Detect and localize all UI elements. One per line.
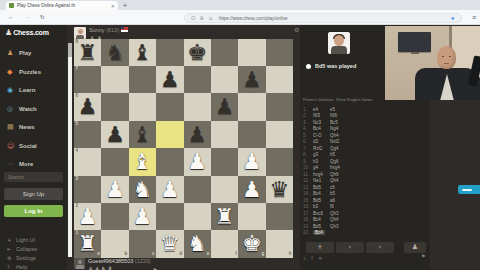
logo-pawn-icon: ♟ bbox=[5, 28, 12, 37]
square-a5[interactable]: 5 bbox=[74, 121, 101, 148]
white-move[interactable]: g4 bbox=[313, 165, 330, 170]
square-f7[interactable] bbox=[211, 66, 238, 93]
black-move[interactable]: Nxf2 bbox=[330, 139, 347, 144]
rank-label-8: 8 bbox=[76, 40, 79, 45]
black-move[interactable]: a6 bbox=[330, 198, 347, 203]
sidebar-item-social[interactable]: ☺Social bbox=[0, 137, 67, 156]
search-input[interactable]: Search bbox=[4, 172, 63, 182]
streamer-head bbox=[437, 46, 456, 69]
square-e6[interactable] bbox=[184, 93, 211, 120]
rank-label-6: 6 bbox=[76, 94, 79, 99]
piece-white-p[interactable]: ♟ bbox=[238, 148, 265, 175]
page-info-icon[interactable]: ⓘ bbox=[191, 14, 196, 23]
signup-button[interactable]: Sign Up bbox=[4, 188, 63, 200]
move-number: 12. bbox=[303, 178, 313, 183]
black-move[interactable]: Qh6 bbox=[330, 172, 347, 177]
square-e3[interactable] bbox=[184, 176, 211, 203]
webcam-overlay bbox=[385, 26, 480, 100]
piece-white-p[interactable]: ♟ bbox=[184, 148, 211, 175]
bottom-player-avatar[interactable] bbox=[74, 258, 85, 269]
square-a2[interactable]: 2♟ bbox=[74, 203, 101, 230]
white-move[interactable]: Rxf2 bbox=[313, 146, 330, 151]
forward-icon[interactable]: → bbox=[24, 10, 30, 25]
white-move[interactable]: b3 bbox=[313, 204, 330, 209]
shield-icon[interactable]: ⛨ bbox=[200, 14, 203, 23]
file-label-e: e bbox=[207, 252, 210, 257]
settings-gear-icon[interactable]: ⚙ bbox=[294, 26, 299, 33]
white-move[interactable]: Bc4 bbox=[313, 217, 330, 222]
piece-black-b[interactable]: ♝ bbox=[129, 39, 156, 66]
square-d2[interactable] bbox=[156, 203, 183, 230]
chesscom-page: ♟ Chess.com ♟Play◆Puzzles◉Learn◎Watch▤Ne… bbox=[0, 25, 480, 270]
square-c1[interactable]: c bbox=[129, 230, 156, 257]
black-move[interactable]: c6 bbox=[330, 185, 347, 190]
square-h4[interactable] bbox=[266, 148, 293, 175]
black-move[interactable]: f6 bbox=[330, 204, 347, 209]
piece-black-r[interactable]: ♜ bbox=[74, 39, 101, 66]
move-number: 9. bbox=[303, 159, 313, 164]
move-list: 1.e4e52.Nf3Nf63.Nc3Bc54.Bc4Ng45.O-OQh46.… bbox=[303, 106, 413, 236]
square-h7[interactable] bbox=[266, 66, 293, 93]
stream-overlay-button[interactable] bbox=[458, 185, 480, 194]
rank-label-3: 3 bbox=[76, 177, 79, 182]
white-move[interactable]: Bd5 bbox=[313, 224, 330, 229]
move-number: 20. bbox=[303, 230, 313, 235]
square-b5[interactable]: ♟ bbox=[101, 121, 128, 148]
square-d6[interactable] bbox=[156, 93, 183, 120]
practice-button[interactable]: ♟ bbox=[404, 242, 426, 253]
black-move[interactable]: h5 bbox=[330, 152, 347, 157]
sidebar-footer-collapse[interactable]: ⇤Collapse bbox=[0, 244, 67, 253]
square-f4[interactable] bbox=[211, 148, 238, 175]
file-label-d: d bbox=[179, 252, 182, 257]
white-move[interactable]: e4 bbox=[313, 107, 330, 112]
square-f3[interactable] bbox=[211, 176, 238, 203]
black-move[interactable]: Qh3 bbox=[330, 211, 347, 216]
rank-label-2: 2 bbox=[76, 204, 79, 209]
piece-white-n[interactable]: ♞ bbox=[129, 176, 156, 203]
move-number: 4. bbox=[303, 126, 313, 131]
square-f6[interactable]: ♟ bbox=[211, 93, 238, 120]
chesscom-favicon bbox=[9, 3, 14, 8]
white-move[interactable]: g3 bbox=[313, 152, 330, 157]
white-move[interactable]: Bc4 bbox=[313, 191, 330, 196]
square-h1[interactable]: h bbox=[266, 230, 293, 257]
move-nav-bar: +‹›♟ bbox=[300, 242, 430, 253]
sidebar-item-play[interactable]: ♟Play bbox=[0, 44, 67, 63]
square-b2[interactable] bbox=[101, 203, 128, 230]
sidebar-footer-light-ui[interactable]: ☀Light UI bbox=[0, 235, 67, 244]
black-move[interactable]: Qh3 bbox=[330, 224, 347, 229]
black-move[interactable]: Qh4 bbox=[330, 133, 347, 138]
square-a8[interactable]: 8♜ bbox=[74, 39, 101, 66]
share-icon[interactable]: « bbox=[303, 255, 306, 261]
square-b6[interactable] bbox=[101, 93, 128, 120]
square-e5[interactable]: ♟ bbox=[184, 121, 211, 148]
piece-black-p[interactable]: ♟ bbox=[238, 66, 265, 93]
square-b1[interactable]: b bbox=[101, 230, 128, 257]
piece-white-p[interactable]: ♟ bbox=[74, 203, 101, 230]
piece-white-p[interactable]: ♟ bbox=[129, 203, 156, 230]
move-number: 1. bbox=[303, 107, 313, 112]
square-g2[interactable] bbox=[238, 203, 265, 230]
square-e1[interactable]: e♞ bbox=[184, 230, 211, 257]
url-text[interactable]: https://www.chess.com/play/online bbox=[219, 14, 288, 23]
new-tab-button[interactable]: + bbox=[123, 1, 127, 10]
chesscom-logo[interactable]: ♟ Chess.com bbox=[5, 28, 49, 37]
browser-menu-icon[interactable]: ≡ bbox=[472, 10, 476, 25]
upload-icon[interactable]: ↑ bbox=[310, 255, 314, 261]
square-b4[interactable] bbox=[101, 148, 128, 175]
white-move[interactable]: Bd5 bbox=[313, 185, 330, 190]
piece-white-p[interactable]: ♟ bbox=[101, 176, 128, 203]
white-move[interactable]: hxg4 bbox=[313, 172, 330, 177]
white-move[interactable]: Nc3 bbox=[313, 120, 330, 125]
sidebar-item-learn[interactable]: ◉Learn bbox=[0, 81, 67, 100]
move-number: 18. bbox=[303, 217, 313, 222]
piece-white-r[interactable]: ♜ bbox=[211, 203, 238, 230]
piece-black-k[interactable]: ♚ bbox=[184, 39, 211, 66]
square-h6[interactable] bbox=[266, 93, 293, 120]
square-f1[interactable]: f bbox=[211, 230, 238, 257]
rank-label-7: 7 bbox=[76, 67, 79, 72]
sidebar-item-more[interactable]: ⋯More bbox=[0, 155, 67, 174]
square-h8[interactable] bbox=[266, 39, 293, 66]
move-number: 8. bbox=[303, 152, 313, 157]
white-move[interactable]: Nf3 bbox=[313, 113, 330, 118]
square-c4[interactable]: ♝ bbox=[129, 148, 156, 175]
browser-tab-bar: Play Chess Online Against th ✕ + bbox=[0, 0, 480, 10]
move-row-20: 20.Bc4 bbox=[303, 230, 413, 237]
piece-black-p[interactable]: ♟ bbox=[184, 121, 211, 148]
white-move[interactable]: Bc4 bbox=[313, 230, 325, 235]
square-d4[interactable] bbox=[156, 148, 183, 175]
square-d3[interactable]: ♟ bbox=[156, 176, 183, 203]
square-e7[interactable] bbox=[184, 66, 211, 93]
square-a7[interactable]: 7 bbox=[74, 66, 101, 93]
sidebar-footer: ☀Light UI⇤Collapse⚙Settings?Help bbox=[0, 235, 67, 270]
move-number: 14. bbox=[303, 191, 313, 196]
square-c5[interactable]: ♝ bbox=[129, 121, 156, 148]
bottom-captured-pieces: ♟♟♞♜ bbox=[88, 265, 114, 270]
guest-flag-icon bbox=[153, 258, 158, 263]
browser-tab[interactable]: Play Chess Online Against th ✕ bbox=[6, 1, 118, 10]
move-number: 5. bbox=[303, 133, 313, 138]
square-f2[interactable]: ♜ bbox=[211, 203, 238, 230]
square-g6[interactable] bbox=[238, 93, 265, 120]
square-b8[interactable]: ♞ bbox=[101, 39, 128, 66]
white-move[interactable]: d3 bbox=[313, 139, 330, 144]
news-icon: ▤ bbox=[7, 123, 17, 131]
file-label-f: f bbox=[235, 252, 237, 257]
move-number: 15. bbox=[303, 198, 313, 203]
black-move[interactable]: Qg4 bbox=[330, 146, 347, 151]
white-move[interactable]: O-O bbox=[313, 133, 330, 138]
report-flag-icon[interactable]: ⚑ bbox=[421, 253, 425, 259]
square-a1[interactable]: 1a♜ bbox=[74, 230, 101, 257]
tab-title: Play Chess Online Against th bbox=[17, 3, 109, 8]
piece-black-q[interactable]: ♛ bbox=[266, 176, 293, 203]
square-h3[interactable]: ♛ bbox=[266, 176, 293, 203]
browser-nav-bar: ← → ↻ ⓘ ⛨ ⚿ https://www.chess.com/play/o… bbox=[0, 10, 480, 25]
square-e4[interactable]: ♟ bbox=[184, 148, 211, 175]
login-button[interactable]: Log In bbox=[4, 205, 63, 217]
square-g8[interactable] bbox=[238, 39, 265, 66]
move-number: 16. bbox=[303, 204, 313, 209]
piece-black-p[interactable]: ♟ bbox=[74, 93, 101, 120]
square-b3[interactable]: ♟ bbox=[101, 176, 128, 203]
move-number: 17. bbox=[303, 211, 313, 216]
square-b7[interactable] bbox=[101, 66, 128, 93]
white-move[interactable]: Bxc6 bbox=[313, 211, 330, 216]
white-move[interactable]: h3 bbox=[313, 159, 330, 164]
move-number: 11. bbox=[303, 172, 313, 177]
move-number: 2. bbox=[303, 113, 313, 118]
piece-black-n[interactable]: ♞ bbox=[101, 39, 128, 66]
white-move[interactable]: Bc4 bbox=[313, 126, 330, 131]
black-move[interactable]: Qg6 bbox=[330, 159, 347, 164]
piece-white-p[interactable]: ♟ bbox=[156, 176, 183, 203]
scrollbar-thumb[interactable] bbox=[68, 43, 72, 57]
square-d7[interactable]: ♟ bbox=[156, 66, 183, 93]
square-g5[interactable] bbox=[238, 121, 265, 148]
move-number: 3. bbox=[303, 120, 313, 125]
forward-move-button[interactable]: › bbox=[366, 242, 394, 253]
rank-label-4: 4 bbox=[76, 149, 79, 154]
square-a3[interactable]: 3 bbox=[74, 176, 101, 203]
more-icon: ⋯ bbox=[7, 160, 17, 168]
square-g4[interactable]: ♟ bbox=[238, 148, 265, 175]
rank-label-1: 1 bbox=[76, 231, 79, 236]
black-move[interactable]: e5 bbox=[330, 107, 347, 112]
piece-black-p[interactable]: ♟ bbox=[156, 66, 183, 93]
square-h5[interactable] bbox=[266, 121, 293, 148]
sidebar-footer-help[interactable]: ?Help bbox=[0, 262, 67, 270]
black-move[interactable]: Bc5 bbox=[330, 120, 347, 125]
square-d5[interactable] bbox=[156, 121, 183, 148]
black-move[interactable]: Nf6 bbox=[330, 113, 347, 118]
learn-icon: ◉ bbox=[7, 86, 17, 94]
piece-black-p[interactable]: ♟ bbox=[101, 121, 128, 148]
social-icon: ☺ bbox=[7, 142, 17, 150]
black-move[interactable]: hxg4 bbox=[330, 165, 347, 170]
move-announcement: Bd5 was played bbox=[306, 63, 356, 69]
square-f5[interactable] bbox=[211, 121, 238, 148]
us-flag-icon bbox=[121, 27, 128, 32]
square-c6[interactable] bbox=[129, 93, 156, 120]
tab-close-icon[interactable]: ✕ bbox=[111, 3, 115, 9]
square-e2[interactable] bbox=[184, 203, 211, 230]
square-g1[interactable]: g♚ bbox=[238, 230, 265, 257]
file-label-h: h bbox=[289, 252, 292, 257]
sidebar-item-news[interactable]: ▤News bbox=[0, 118, 67, 137]
white-move[interactable]: Bd5 bbox=[313, 198, 330, 203]
square-g3[interactable]: ♟ bbox=[238, 176, 265, 203]
square-c2[interactable]: ♟ bbox=[129, 203, 156, 230]
chess-board[interactable]: 8♜♞♝♚7♟♟6♟♟5♟♝♟4♝♟♟3♟♞♟♟♛2♟♟♜1a♜bcd♛e♞fg… bbox=[74, 39, 293, 258]
square-e8[interactable]: ♚ bbox=[184, 39, 211, 66]
move-number: 10. bbox=[303, 165, 313, 170]
scrollbar[interactable] bbox=[68, 43, 72, 257]
tv-on-wall bbox=[398, 32, 431, 52]
play-icon: ♟ bbox=[7, 49, 17, 57]
piece-white-b[interactable]: ♝ bbox=[129, 148, 156, 175]
options-icon[interactable]: ≡ bbox=[318, 255, 322, 261]
move-number: 13. bbox=[303, 185, 313, 190]
bottom-player: Guest4964385503 (1220) bbox=[74, 258, 158, 269]
white-dot-icon bbox=[306, 64, 311, 69]
sidebar-item-watch[interactable]: ◎Watch bbox=[0, 100, 67, 119]
square-d1[interactable]: d♛ bbox=[156, 230, 183, 257]
new-game-button[interactable]: + bbox=[306, 242, 334, 253]
piece-black-p[interactable]: ♟ bbox=[211, 93, 238, 120]
square-g7[interactable]: ♟ bbox=[238, 66, 265, 93]
square-h2[interactable] bbox=[266, 203, 293, 230]
event-avatar bbox=[328, 32, 350, 54]
piece-white-p[interactable]: ♟ bbox=[238, 176, 265, 203]
puzzles-icon: ◆ bbox=[7, 68, 17, 76]
sidebar-menu: ♟Play◆Puzzles◉Learn◎Watch▤News☺Social⋯Mo… bbox=[0, 44, 67, 174]
sidebar: ♟ Chess.com ♟Play◆Puzzles◉Learn◎Watch▤Ne… bbox=[0, 25, 67, 270]
square-a6[interactable]: 6♟ bbox=[74, 93, 101, 120]
black-move[interactable]: Qh4 bbox=[330, 178, 347, 183]
bottom-player-name[interactable]: Guest4964385503 (1220) bbox=[88, 258, 151, 264]
square-c3[interactable]: ♞ bbox=[129, 176, 156, 203]
black-move[interactable]: Qh4 bbox=[330, 217, 347, 222]
file-label-g: g bbox=[261, 252, 264, 257]
bookmark-star-icon[interactable]: ★ bbox=[451, 14, 455, 23]
square-c8[interactable]: ♝ bbox=[129, 39, 156, 66]
reload-icon[interactable]: ↻ bbox=[40, 10, 45, 25]
opening-name[interactable]: Petrov's Defense: Three Knights Game bbox=[303, 97, 372, 102]
square-f8[interactable] bbox=[211, 39, 238, 66]
top-player-name[interactable]: Sunny (613) bbox=[89, 27, 119, 33]
white-move[interactable]: Ne1 bbox=[313, 178, 330, 183]
move-number: 19. bbox=[303, 224, 313, 229]
black-move[interactable]: b5 bbox=[330, 191, 347, 196]
file-label-b: b bbox=[125, 252, 128, 257]
black-move[interactable]: Ng4 bbox=[330, 126, 347, 131]
rank-label-5: 5 bbox=[76, 122, 79, 127]
sidebar-item-puzzles[interactable]: ◆Puzzles bbox=[0, 63, 67, 82]
square-d8[interactable] bbox=[156, 39, 183, 66]
panel-footer-icons: «↑≡ bbox=[303, 255, 326, 261]
sidebar-footer-settings[interactable]: ⚙Settings bbox=[0, 253, 67, 262]
square-a4[interactable]: 4 bbox=[74, 148, 101, 175]
square-c7[interactable] bbox=[129, 66, 156, 93]
url-bar[interactable]: ⓘ ⛨ ⚿ https://www.chess.com/play/online … bbox=[184, 13, 462, 23]
file-label-a: a bbox=[97, 252, 100, 257]
back-move-button[interactable]: ‹ bbox=[336, 242, 364, 253]
file-label-c: c bbox=[152, 252, 155, 257]
lock-icon: ⚿ bbox=[209, 14, 212, 23]
move-number: 7. bbox=[303, 146, 313, 151]
screen: Play Chess Online Against th ✕ + ← → ↻ ⓘ… bbox=[0, 0, 480, 270]
top-player-avatar[interactable] bbox=[74, 27, 86, 39]
move-number: 6. bbox=[303, 139, 313, 144]
piece-black-b[interactable]: ♝ bbox=[129, 121, 156, 148]
logo-text: Chess.com bbox=[13, 29, 49, 36]
back-icon[interactable]: ← bbox=[8, 10, 14, 25]
watch-icon: ◎ bbox=[7, 105, 17, 113]
